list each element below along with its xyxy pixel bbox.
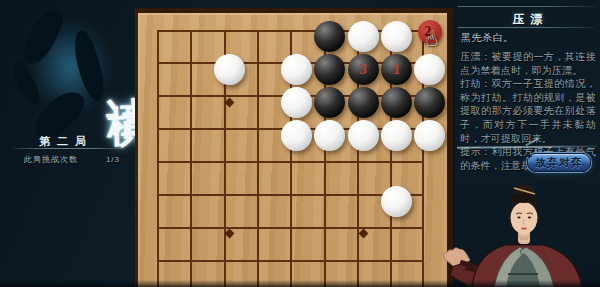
grid-cell: [224, 128, 257, 161]
divider: [458, 27, 596, 28]
move-number: 3: [348, 54, 379, 85]
grid-cell: [224, 194, 257, 227]
white-stone: [381, 21, 412, 52]
white-stone: [414, 54, 445, 85]
white-stone: [314, 120, 345, 151]
grid-cell: [324, 227, 357, 260]
white-stone: [381, 186, 412, 217]
grid-cell: [190, 194, 223, 227]
white-stone: [348, 21, 379, 52]
grid-cell: [257, 227, 290, 260]
game-screen: 诘棋 第二局 此局挑战次数 1/3 2☝31 压漂 黑先杀白。 压漂：被要提的一…: [0, 0, 600, 287]
give-up-button[interactable]: ✦ 放弃对弈: [527, 153, 591, 172]
hint-move-number: 2: [424, 24, 431, 40]
attempts-value: 1/3: [106, 155, 120, 164]
grid-cell: [190, 161, 223, 194]
black-stone: [348, 87, 379, 118]
grid-cell: [157, 161, 190, 194]
go-board[interactable]: 2☝31: [135, 8, 453, 287]
hint-marker[interactable]: 2☝: [418, 20, 442, 44]
attempts-row: 此局挑战次数 1/3: [24, 154, 120, 165]
divider: [12, 148, 124, 149]
sparkle-icon: ✦: [525, 150, 535, 162]
white-stone: [281, 87, 312, 118]
white-stone: [281, 120, 312, 151]
black-stone: 3: [348, 54, 379, 85]
grid-cell: [257, 194, 290, 227]
grid-cell: [324, 161, 357, 194]
grid-cell: [157, 95, 190, 128]
black-stone: [314, 21, 345, 52]
white-stone: [414, 120, 445, 151]
tutor-portrait: [436, 178, 600, 287]
grid-cell: [157, 227, 190, 260]
black-stone: 1: [381, 54, 412, 85]
grid-cell: [157, 30, 190, 63]
grid-cell: [290, 161, 323, 194]
grid-cell: [190, 95, 223, 128]
move-number: 1: [381, 54, 412, 85]
technique-title: 压漂: [455, 11, 600, 28]
grid-cell: [157, 62, 190, 95]
grid-cell: [157, 194, 190, 227]
grid-cell: [390, 227, 423, 260]
attempts-label: 此局挑战次数: [24, 154, 78, 165]
grid-cell: [257, 161, 290, 194]
white-stone: [214, 54, 245, 85]
give-up-label: 放弃对弈: [535, 156, 583, 170]
grid-cell: [324, 194, 357, 227]
bottom-vignette: [0, 280, 600, 287]
black-stone: [314, 87, 345, 118]
grid-cell: [224, 161, 257, 194]
round-label: 第二局: [0, 134, 125, 149]
grid-cell: [190, 227, 223, 260]
black-stone: [414, 87, 445, 118]
white-stone: [281, 54, 312, 85]
divider: [458, 6, 596, 7]
grid-cell: [190, 128, 223, 161]
white-stone: [348, 120, 379, 151]
black-stone: [381, 87, 412, 118]
puzzle-objective: 黑先杀白。: [461, 31, 595, 45]
black-stone: [314, 54, 345, 85]
white-stone: [381, 120, 412, 151]
puzzle-sidebar: 诘棋 第二局 此局挑战次数 1/3: [0, 0, 135, 287]
puzzle-mode-title: 诘棋: [34, 10, 135, 134]
grid-cell: [157, 128, 190, 161]
grid-cell: [290, 194, 323, 227]
grid-cell: [290, 227, 323, 260]
